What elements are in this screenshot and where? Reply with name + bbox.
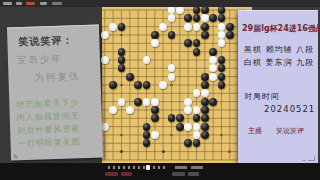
stone-black: [143, 81, 151, 89]
stone-white: [151, 131, 159, 139]
stone-black: [168, 31, 176, 39]
control-button[interactable]: [172, 172, 185, 176]
control-button[interactable]: [121, 172, 132, 176]
stone-black: [176, 114, 184, 122]
stone-white: [209, 73, 217, 81]
stone-black: [201, 106, 209, 114]
host-name: 笑说笑评: [276, 126, 304, 136]
stone-black: [226, 23, 234, 31]
game-time-label: 对局时间: [244, 91, 280, 102]
stone-white: [109, 23, 117, 31]
note-subtitle: 为柯复仇: [34, 70, 80, 84]
menu-item-active[interactable]: [26, 2, 35, 5]
note-fold-corner: [14, 153, 19, 158]
stone-white: [184, 23, 192, 31]
game-date: 20240521: [264, 104, 315, 114]
hoshi-point: [220, 134, 222, 136]
stone-black: [126, 73, 134, 81]
control-button[interactable]: [105, 172, 118, 176]
player-control-bar: [0, 163, 320, 180]
stone-black: [134, 81, 142, 89]
event-title: 29届lg杯24进16强战: [242, 23, 316, 34]
stone-black: [193, 48, 201, 56]
stone-black: [151, 106, 159, 114]
menu-item[interactable]: [52, 2, 62, 5]
timeline-time: [175, 166, 187, 169]
timeline-time: [191, 166, 203, 169]
black-player-line: 黑棋 赖均辅 八段: [244, 44, 314, 55]
stone-black: [201, 98, 209, 106]
stone-white: [184, 123, 192, 131]
stone-black: [209, 98, 217, 106]
stone-black: [201, 123, 209, 131]
hoshi-point: [120, 84, 122, 86]
stone-white: [193, 106, 201, 114]
stone-white: [151, 39, 159, 47]
host-label: 主播: [248, 126, 262, 136]
stone-white: [159, 81, 167, 89]
stone-black: [218, 6, 226, 14]
stone-black: [134, 98, 142, 106]
stone-black: [218, 56, 226, 64]
white-player-line: 白棋 姜东润 九段: [244, 57, 314, 68]
menu-item[interactable]: [16, 2, 22, 5]
stone-white: [168, 73, 176, 81]
title-bar: [0, 0, 320, 7]
stone-black: [143, 123, 151, 131]
menu-item[interactable]: [3, 2, 12, 5]
stone-white: [101, 31, 109, 39]
stone-white: [143, 98, 151, 106]
hoshi-point: [170, 134, 172, 136]
stone-black: [201, 6, 209, 14]
stone-black: [201, 31, 209, 39]
menu-item[interactable]: [40, 2, 47, 5]
stone-black: [218, 81, 226, 89]
app-window: 笑说笑评： 宝岛少年 为柯复仇 绝艺如君天下少 闲人似我世间无 别后竹窗风雪夜 …: [0, 0, 320, 180]
stone-white: [201, 14, 209, 22]
stone-black: [209, 48, 217, 56]
poem-line: 一灯明暗复吴图: [17, 135, 101, 151]
hoshi-point: [170, 84, 172, 86]
stone-white: [218, 31, 226, 39]
timeline-thumb[interactable]: [146, 165, 150, 170]
stone-black: [201, 114, 209, 122]
stone-white: [201, 89, 209, 97]
note-fold-corner: [302, 157, 306, 161]
hoshi-point: [120, 134, 122, 136]
stone-white: [184, 98, 192, 106]
stone-white: [118, 98, 126, 106]
stone-white: [209, 56, 217, 64]
stone-black: [143, 131, 151, 139]
stone-black: [118, 56, 126, 64]
stone-white: [109, 106, 117, 114]
stone-black: [151, 114, 159, 122]
stone-white: [193, 123, 201, 131]
note-title: 笑说笑评：: [18, 33, 73, 49]
go-board[interactable]: [102, 7, 252, 163]
board-dot: [162, 150, 165, 153]
timeline-ticks[interactable]: [108, 166, 168, 169]
left-commentary-note: 笑说笑评： 宝岛少年 为柯复仇 绝艺如君天下少 闲人似我世间无 别后竹窗风雪夜 …: [7, 25, 103, 161]
game-info-note: 29届lg杯24进16强战 黑棋 赖均辅 八段 白棋 姜东润 九段 对局时间 2…: [238, 10, 318, 163]
hoshi-point: [120, 34, 122, 36]
stone-white: [218, 23, 226, 31]
stone-black: [176, 123, 184, 131]
note-subtitle: 宝岛少年: [17, 53, 63, 67]
stone-black: [201, 73, 209, 81]
stone-white: [168, 6, 176, 14]
stone-black: [226, 31, 234, 39]
note-fold-corner: [308, 156, 315, 161]
stone-black: [201, 81, 209, 89]
stone-black: [218, 73, 226, 81]
stone-white: [151, 98, 159, 106]
stone-white: [193, 23, 201, 31]
stone-white: [176, 6, 184, 14]
stone-white: [143, 56, 151, 64]
stone-black: [118, 23, 126, 31]
stone-black: [109, 81, 117, 89]
stone-white: [101, 56, 109, 64]
stone-white: [126, 106, 134, 114]
stone-black: [201, 131, 209, 139]
control-button[interactable]: [188, 172, 199, 176]
stone-white: [184, 106, 192, 114]
poem: 绝艺如君天下少 闲人似我世间无 别后竹窗风雪夜 一灯明暗复吴图: [16, 96, 102, 151]
stone-black: [201, 23, 209, 31]
stone-black: [151, 31, 159, 39]
stone-black: [193, 6, 201, 14]
stone-white: [193, 131, 201, 139]
stone-black: [118, 48, 126, 56]
stone-white: [159, 23, 167, 31]
